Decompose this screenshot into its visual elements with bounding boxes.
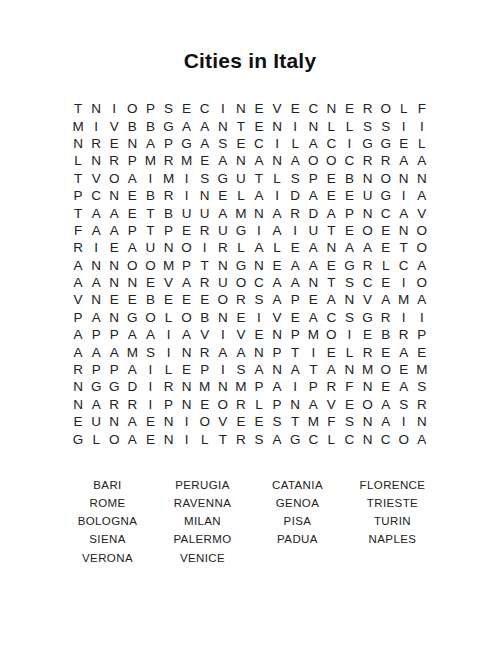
- grid-cell[interactable]: S: [340, 274, 358, 291]
- grid-cell[interactable]: O: [377, 361, 395, 378]
- grid-cell[interactable]: I: [141, 396, 159, 413]
- grid-cell[interactable]: M: [395, 291, 413, 308]
- grid-cell[interactable]: B: [340, 170, 358, 187]
- grid-cell[interactable]: N: [87, 291, 105, 308]
- grid-cell[interactable]: N: [395, 222, 413, 239]
- grid-cell[interactable]: I: [178, 430, 196, 447]
- grid-cell[interactable]: S: [196, 170, 214, 187]
- grid-cell[interactable]: N: [304, 117, 322, 134]
- grid-cell[interactable]: N: [214, 378, 232, 395]
- grid-cell[interactable]: N: [359, 413, 377, 430]
- grid-cell[interactable]: A: [141, 326, 159, 343]
- grid-cell[interactable]: O: [413, 222, 431, 239]
- grid-cell[interactable]: E: [395, 361, 413, 378]
- grid-cell[interactable]: I: [178, 413, 196, 430]
- grid-cell[interactable]: N: [178, 378, 196, 395]
- grid-cell[interactable]: R: [322, 378, 340, 395]
- grid-cell[interactable]: R: [395, 326, 413, 343]
- grid-cell[interactable]: E: [286, 239, 304, 256]
- grid-cell[interactable]: I: [87, 239, 105, 256]
- grid-cell[interactable]: B: [196, 309, 214, 326]
- grid-cell[interactable]: R: [359, 343, 377, 360]
- grid-cell[interactable]: R: [159, 152, 177, 169]
- grid-cell[interactable]: P: [159, 135, 177, 152]
- grid-cell[interactable]: F: [322, 413, 340, 430]
- grid-cell[interactable]: A: [196, 117, 214, 134]
- grid-cell[interactable]: N: [340, 361, 358, 378]
- grid-cell[interactable]: U: [214, 274, 232, 291]
- grid-cell[interactable]: M: [359, 361, 377, 378]
- grid-cell[interactable]: A: [123, 413, 141, 430]
- grid-cell[interactable]: N: [322, 239, 340, 256]
- grid-cell[interactable]: O: [322, 326, 340, 343]
- grid-cell[interactable]: I: [304, 343, 322, 360]
- grid-cell[interactable]: E: [377, 274, 395, 291]
- grid-cell[interactable]: P: [69, 187, 87, 204]
- grid-cell[interactable]: A: [268, 291, 286, 308]
- grid-cell[interactable]: A: [304, 135, 322, 152]
- grid-cell[interactable]: E: [232, 413, 250, 430]
- grid-cell[interactable]: P: [87, 361, 105, 378]
- grid-cell[interactable]: T: [141, 222, 159, 239]
- grid-cell[interactable]: E: [69, 413, 87, 430]
- grid-cell[interactable]: F: [413, 100, 431, 117]
- grid-cell[interactable]: E: [250, 326, 268, 343]
- grid-cell[interactable]: E: [250, 413, 268, 430]
- grid-cell[interactable]: E: [141, 413, 159, 430]
- grid-cell[interactable]: T: [322, 274, 340, 291]
- grid-cell[interactable]: L: [69, 152, 87, 169]
- grid-cell[interactable]: E: [178, 222, 196, 239]
- grid-cell[interactable]: O: [141, 257, 159, 274]
- grid-cell[interactable]: O: [196, 413, 214, 430]
- grid-cell[interactable]: T: [214, 430, 232, 447]
- grid-cell[interactable]: N: [87, 257, 105, 274]
- grid-cell[interactable]: U: [232, 170, 250, 187]
- grid-cell[interactable]: M: [304, 326, 322, 343]
- grid-cell[interactable]: E: [105, 291, 123, 308]
- grid-cell[interactable]: A: [105, 222, 123, 239]
- grid-cell[interactable]: A: [377, 396, 395, 413]
- grid-cell[interactable]: I: [340, 326, 358, 343]
- grid-cell[interactable]: O: [105, 170, 123, 187]
- grid-cell[interactable]: T: [286, 413, 304, 430]
- grid-cell[interactable]: I: [159, 326, 177, 343]
- grid-cell[interactable]: L: [232, 239, 250, 256]
- grid-cell[interactable]: A: [87, 204, 105, 221]
- grid-cell[interactable]: A: [268, 222, 286, 239]
- grid-cell[interactable]: N: [178, 343, 196, 360]
- grid-cell[interactable]: N: [286, 396, 304, 413]
- grid-cell[interactable]: U: [214, 222, 232, 239]
- grid-cell[interactable]: A: [395, 152, 413, 169]
- grid-cell[interactable]: L: [395, 100, 413, 117]
- grid-cell[interactable]: P: [304, 170, 322, 187]
- grid-cell[interactable]: R: [359, 152, 377, 169]
- grid-cell[interactable]: A: [304, 309, 322, 326]
- grid-cell[interactable]: V: [359, 291, 377, 308]
- grid-cell[interactable]: P: [69, 309, 87, 326]
- grid-cell[interactable]: M: [232, 378, 250, 395]
- grid-cell[interactable]: U: [196, 204, 214, 221]
- grid-cell[interactable]: A: [69, 343, 87, 360]
- grid-cell[interactable]: N: [413, 413, 431, 430]
- grid-cell[interactable]: T: [196, 257, 214, 274]
- grid-cell[interactable]: V: [214, 413, 232, 430]
- grid-cell[interactable]: A: [69, 274, 87, 291]
- grid-cell[interactable]: G: [214, 170, 232, 187]
- grid-cell[interactable]: M: [413, 361, 431, 378]
- grid-cell[interactable]: P: [304, 378, 322, 395]
- grid-cell[interactable]: T: [395, 239, 413, 256]
- grid-cell[interactable]: V: [87, 170, 105, 187]
- grid-cell[interactable]: S: [250, 291, 268, 308]
- grid-cell[interactable]: A: [214, 343, 232, 360]
- grid-cell[interactable]: M: [159, 170, 177, 187]
- grid-cell[interactable]: I: [214, 361, 232, 378]
- grid-cell[interactable]: E: [304, 291, 322, 308]
- grid-cell[interactable]: U: [304, 222, 322, 239]
- grid-cell[interactable]: U: [141, 239, 159, 256]
- grid-cell[interactable]: O: [178, 239, 196, 256]
- grid-cell[interactable]: I: [395, 413, 413, 430]
- grid-cell[interactable]: S: [286, 170, 304, 187]
- grid-cell[interactable]: L: [159, 361, 177, 378]
- grid-cell[interactable]: V: [196, 326, 214, 343]
- grid-cell[interactable]: I: [268, 187, 286, 204]
- grid-cell[interactable]: A: [250, 239, 268, 256]
- grid-cell[interactable]: E: [322, 257, 340, 274]
- grid-cell[interactable]: N: [359, 378, 377, 395]
- grid-cell[interactable]: L: [322, 117, 340, 134]
- grid-cell[interactable]: E: [250, 117, 268, 134]
- grid-cell[interactable]: S: [141, 343, 159, 360]
- grid-cell[interactable]: P: [178, 257, 196, 274]
- grid-cell[interactable]: M: [141, 152, 159, 169]
- grid-cell[interactable]: E: [340, 100, 358, 117]
- grid-cell[interactable]: O: [214, 291, 232, 308]
- grid-cell[interactable]: L: [196, 430, 214, 447]
- grid-cell[interactable]: I: [141, 378, 159, 395]
- grid-cell[interactable]: B: [159, 204, 177, 221]
- grid-cell[interactable]: G: [232, 222, 250, 239]
- grid-cell[interactable]: N: [105, 257, 123, 274]
- grid-cell[interactable]: G: [232, 257, 250, 274]
- grid-cell[interactable]: V: [232, 326, 250, 343]
- grid-cell[interactable]: G: [377, 135, 395, 152]
- grid-cell[interactable]: E: [123, 204, 141, 221]
- grid-cell[interactable]: A: [87, 309, 105, 326]
- grid-cell[interactable]: M: [159, 257, 177, 274]
- grid-cell[interactable]: B: [377, 326, 395, 343]
- grid-cell[interactable]: C: [359, 274, 377, 291]
- grid-cell[interactable]: T: [286, 343, 304, 360]
- grid-cell[interactable]: C: [87, 187, 105, 204]
- grid-cell[interactable]: N: [105, 309, 123, 326]
- grid-cell[interactable]: V: [413, 204, 431, 221]
- grid-cell[interactable]: A: [268, 378, 286, 395]
- grid-cell[interactable]: N: [232, 100, 250, 117]
- grid-cell[interactable]: E: [105, 135, 123, 152]
- grid-cell[interactable]: D: [286, 187, 304, 204]
- grid-cell[interactable]: A: [304, 239, 322, 256]
- grid-cell[interactable]: O: [413, 274, 431, 291]
- grid-cell[interactable]: T: [322, 222, 340, 239]
- grid-cell[interactable]: A: [322, 204, 340, 221]
- grid-cell[interactable]: O: [377, 170, 395, 187]
- grid-cell[interactable]: I: [413, 309, 431, 326]
- grid-cell[interactable]: A: [286, 257, 304, 274]
- grid-cell[interactable]: E: [340, 187, 358, 204]
- grid-cell[interactable]: P: [196, 361, 214, 378]
- grid-cell[interactable]: L: [268, 239, 286, 256]
- grid-cell[interactable]: N: [359, 430, 377, 447]
- grid-cell[interactable]: R: [196, 274, 214, 291]
- grid-cell[interactable]: N: [123, 274, 141, 291]
- grid-cell[interactable]: N: [322, 100, 340, 117]
- grid-cell[interactable]: C: [304, 430, 322, 447]
- grid-cell[interactable]: N: [87, 152, 105, 169]
- grid-cell[interactable]: O: [377, 100, 395, 117]
- grid-cell[interactable]: E: [286, 100, 304, 117]
- grid-cell[interactable]: A: [413, 152, 431, 169]
- grid-cell[interactable]: L: [322, 430, 340, 447]
- grid-cell[interactable]: G: [87, 378, 105, 395]
- grid-cell[interactable]: E: [178, 100, 196, 117]
- grid-cell[interactable]: A: [286, 274, 304, 291]
- grid-cell[interactable]: I: [395, 187, 413, 204]
- grid-cell[interactable]: E: [159, 291, 177, 308]
- grid-cell[interactable]: A: [250, 361, 268, 378]
- grid-cell[interactable]: E: [377, 239, 395, 256]
- grid-cell[interactable]: G: [359, 309, 377, 326]
- grid-cell[interactable]: S: [159, 100, 177, 117]
- grid-cell[interactable]: R: [196, 343, 214, 360]
- grid-cell[interactable]: M: [178, 152, 196, 169]
- grid-cell[interactable]: A: [286, 152, 304, 169]
- grid-cell[interactable]: M: [232, 204, 250, 221]
- grid-cell[interactable]: S: [340, 309, 358, 326]
- grid-cell[interactable]: E: [105, 239, 123, 256]
- grid-cell[interactable]: L: [159, 309, 177, 326]
- grid-cell[interactable]: R: [214, 239, 232, 256]
- grid-cell[interactable]: E: [178, 361, 196, 378]
- grid-cell[interactable]: I: [340, 135, 358, 152]
- grid-cell[interactable]: S: [232, 361, 250, 378]
- grid-cell[interactable]: N: [87, 100, 105, 117]
- grid-cell[interactable]: I: [286, 117, 304, 134]
- grid-cell[interactable]: E: [250, 100, 268, 117]
- grid-cell[interactable]: O: [123, 100, 141, 117]
- grid-cell[interactable]: E: [322, 343, 340, 360]
- grid-cell[interactable]: E: [395, 135, 413, 152]
- grid-cell[interactable]: G: [340, 257, 358, 274]
- grid-cell[interactable]: E: [123, 291, 141, 308]
- grid-cell[interactable]: V: [69, 291, 87, 308]
- grid-cell[interactable]: O: [178, 309, 196, 326]
- grid-cell[interactable]: N: [159, 413, 177, 430]
- grid-cell[interactable]: P: [123, 152, 141, 169]
- grid-cell[interactable]: M: [69, 117, 87, 134]
- grid-cell[interactable]: A: [69, 257, 87, 274]
- grid-cell[interactable]: L: [340, 343, 358, 360]
- grid-cell[interactable]: D: [304, 204, 322, 221]
- grid-cell[interactable]: A: [123, 430, 141, 447]
- grid-cell[interactable]: A: [304, 396, 322, 413]
- grid-cell[interactable]: N: [268, 361, 286, 378]
- grid-cell[interactable]: E: [141, 274, 159, 291]
- grid-cell[interactable]: A: [250, 152, 268, 169]
- grid-cell[interactable]: E: [196, 396, 214, 413]
- grid-cell[interactable]: R: [87, 135, 105, 152]
- grid-cell[interactable]: S: [359, 117, 377, 134]
- grid-cell[interactable]: A: [87, 222, 105, 239]
- grid-cell[interactable]: P: [268, 396, 286, 413]
- grid-cell[interactable]: P: [340, 204, 358, 221]
- grid-cell[interactable]: N: [268, 117, 286, 134]
- grid-cell[interactable]: V: [105, 117, 123, 134]
- grid-cell[interactable]: P: [286, 326, 304, 343]
- grid-cell[interactable]: M: [123, 343, 141, 360]
- grid-cell[interactable]: O: [304, 152, 322, 169]
- grid-cell[interactable]: A: [322, 291, 340, 308]
- grid-cell[interactable]: N: [214, 257, 232, 274]
- grid-cell[interactable]: N: [359, 170, 377, 187]
- grid-cell[interactable]: N: [250, 204, 268, 221]
- grid-cell[interactable]: F: [340, 378, 358, 395]
- grid-cell[interactable]: S: [214, 135, 232, 152]
- grid-cell[interactable]: C: [250, 135, 268, 152]
- grid-cell[interactable]: R: [123, 396, 141, 413]
- grid-cell[interactable]: I: [395, 117, 413, 134]
- grid-cell[interactable]: G: [377, 187, 395, 204]
- grid-cell[interactable]: I: [214, 100, 232, 117]
- grid-cell[interactable]: T: [232, 117, 250, 134]
- grid-cell[interactable]: E: [268, 257, 286, 274]
- grid-cell[interactable]: A: [268, 274, 286, 291]
- grid-cell[interactable]: B: [141, 291, 159, 308]
- grid-cell[interactable]: N: [214, 309, 232, 326]
- grid-cell[interactable]: I: [141, 361, 159, 378]
- grid-cell[interactable]: I: [105, 100, 123, 117]
- grid-cell[interactable]: T: [69, 100, 87, 117]
- grid-cell[interactable]: A: [123, 170, 141, 187]
- grid-cell[interactable]: O: [232, 274, 250, 291]
- grid-cell[interactable]: E: [196, 291, 214, 308]
- grid-cell[interactable]: E: [322, 187, 340, 204]
- grid-cell[interactable]: G: [178, 135, 196, 152]
- grid-cell[interactable]: E: [196, 152, 214, 169]
- grid-cell[interactable]: N: [69, 396, 87, 413]
- grid-cell[interactable]: A: [105, 204, 123, 221]
- grid-cell[interactable]: R: [196, 222, 214, 239]
- grid-cell[interactable]: I: [268, 135, 286, 152]
- grid-cell[interactable]: I: [395, 274, 413, 291]
- grid-cell[interactable]: A: [87, 396, 105, 413]
- grid-cell[interactable]: G: [286, 430, 304, 447]
- grid-cell[interactable]: C: [340, 430, 358, 447]
- grid-cell[interactable]: A: [214, 204, 232, 221]
- grid-cell[interactable]: R: [159, 187, 177, 204]
- grid-cell[interactable]: A: [413, 291, 431, 308]
- grid-cell[interactable]: A: [250, 187, 268, 204]
- grid-cell[interactable]: C: [340, 152, 358, 169]
- grid-cell[interactable]: V: [322, 396, 340, 413]
- grid-cell[interactable]: D: [123, 378, 141, 395]
- grid-cell[interactable]: L: [340, 117, 358, 134]
- grid-cell[interactable]: R: [105, 152, 123, 169]
- grid-cell[interactable]: A: [340, 239, 358, 256]
- grid-cell[interactable]: E: [377, 378, 395, 395]
- grid-cell[interactable]: I: [159, 343, 177, 360]
- grid-cell[interactable]: A: [123, 326, 141, 343]
- grid-cell[interactable]: N: [159, 239, 177, 256]
- grid-cell[interactable]: O: [359, 222, 377, 239]
- grid-cell[interactable]: S: [413, 378, 431, 395]
- grid-cell[interactable]: A: [196, 135, 214, 152]
- grid-cell[interactable]: N: [159, 430, 177, 447]
- grid-cell[interactable]: N: [69, 135, 87, 152]
- grid-cell[interactable]: A: [413, 187, 431, 204]
- grid-cell[interactable]: P: [87, 326, 105, 343]
- grid-cell[interactable]: A: [69, 326, 87, 343]
- grid-cell[interactable]: P: [105, 361, 123, 378]
- grid-cell[interactable]: O: [413, 239, 431, 256]
- grid-cell[interactable]: E: [340, 396, 358, 413]
- grid-cell[interactable]: G: [359, 135, 377, 152]
- grid-cell[interactable]: R: [286, 204, 304, 221]
- grid-cell[interactable]: G: [159, 117, 177, 134]
- grid-cell[interactable]: S: [268, 413, 286, 430]
- grid-cell[interactable]: R: [232, 396, 250, 413]
- grid-cell[interactable]: N: [395, 170, 413, 187]
- grid-cell[interactable]: A: [377, 413, 395, 430]
- grid-cell[interactable]: R: [69, 361, 87, 378]
- grid-cell[interactable]: B: [123, 117, 141, 134]
- grid-cell[interactable]: R: [105, 396, 123, 413]
- grid-cell[interactable]: I: [87, 117, 105, 134]
- grid-cell[interactable]: R: [232, 430, 250, 447]
- grid-cell[interactable]: E: [123, 187, 141, 204]
- grid-cell[interactable]: I: [413, 117, 431, 134]
- grid-cell[interactable]: O: [214, 396, 232, 413]
- grid-cell[interactable]: C: [304, 100, 322, 117]
- grid-cell[interactable]: O: [141, 309, 159, 326]
- grid-cell[interactable]: I: [286, 222, 304, 239]
- grid-cell[interactable]: A: [268, 430, 286, 447]
- grid-cell[interactable]: T: [69, 204, 87, 221]
- grid-cell[interactable]: O: [359, 396, 377, 413]
- grid-cell[interactable]: F: [69, 222, 87, 239]
- grid-cell[interactable]: C: [196, 100, 214, 117]
- grid-cell[interactable]: P: [286, 291, 304, 308]
- grid-cell[interactable]: C: [395, 257, 413, 274]
- grid-cell[interactable]: R: [232, 291, 250, 308]
- grid-cell[interactable]: P: [159, 396, 177, 413]
- grid-cell[interactable]: A: [178, 117, 196, 134]
- grid-cell[interactable]: N: [250, 257, 268, 274]
- grid-cell[interactable]: E: [377, 343, 395, 360]
- grid-cell[interactable]: S: [340, 413, 358, 430]
- grid-cell[interactable]: C: [250, 274, 268, 291]
- grid-cell[interactable]: A: [87, 274, 105, 291]
- grid-cell[interactable]: R: [413, 396, 431, 413]
- grid-cell[interactable]: P: [250, 378, 268, 395]
- grid-cell[interactable]: A: [141, 135, 159, 152]
- grid-cell[interactable]: E: [359, 326, 377, 343]
- grid-cell[interactable]: B: [141, 117, 159, 134]
- grid-cell[interactable]: N: [250, 343, 268, 360]
